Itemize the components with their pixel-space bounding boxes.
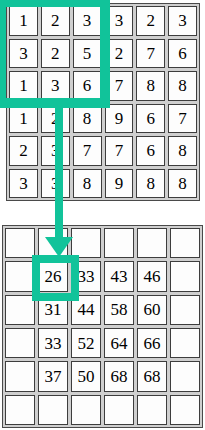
input-cell-r1c5: 2 xyxy=(136,6,165,36)
output-cell-r3c6 xyxy=(170,295,200,325)
input-cell-r6c5: 8 xyxy=(136,169,165,199)
kernel-highlight-rect xyxy=(0,0,110,108)
result-highlight-square xyxy=(32,255,79,301)
input-cell-r5c6: 8 xyxy=(168,136,197,166)
mapping-arrow-line xyxy=(55,106,63,238)
output-cell-r4c1 xyxy=(5,328,35,358)
output-cell-r6c3 xyxy=(71,395,101,425)
output-cell-r6c6 xyxy=(170,395,200,425)
output-cell-r2c6 xyxy=(170,261,200,291)
input-cell-r6c3: 8 xyxy=(73,169,102,199)
output-cell-r4c2: 33 xyxy=(38,328,68,358)
output-cell-r1c1 xyxy=(5,228,35,258)
input-cell-r4c6: 7 xyxy=(168,104,197,134)
output-cell-r4c3: 52 xyxy=(71,328,101,358)
input-cell-r3c6: 8 xyxy=(168,71,197,101)
input-cell-r6c1: 3 xyxy=(9,169,38,199)
output-cell-r1c3 xyxy=(71,228,101,258)
input-cell-r5c1: 2 xyxy=(9,136,38,166)
output-cell-r3c1 xyxy=(5,295,35,325)
output-cell-r5c6 xyxy=(170,361,200,391)
output-cell-r5c4: 68 xyxy=(104,361,134,391)
output-cell-r5c5: 68 xyxy=(137,361,167,391)
output-cell-r1c4 xyxy=(104,228,134,258)
output-cell-r5c3: 50 xyxy=(71,361,101,391)
convolution-diagram: 123323325276136788128967237768338988 263… xyxy=(0,0,205,430)
output-cell-r6c5 xyxy=(137,395,167,425)
input-cell-r4c5: 6 xyxy=(136,104,165,134)
input-cell-r5c5: 6 xyxy=(136,136,165,166)
output-cell-r6c1 xyxy=(5,395,35,425)
input-cell-r3c5: 8 xyxy=(136,71,165,101)
output-cell-r5c1 xyxy=(5,361,35,391)
input-cell-r2c5: 7 xyxy=(136,39,165,69)
output-cell-r4c5: 66 xyxy=(137,328,167,358)
output-cell-r4c4: 64 xyxy=(104,328,134,358)
output-cell-r6c2 xyxy=(38,395,68,425)
output-cell-r2c4: 43 xyxy=(104,261,134,291)
output-cell-r3c4: 58 xyxy=(104,295,134,325)
input-cell-r6c4: 9 xyxy=(105,169,134,199)
output-cell-r5c2: 37 xyxy=(38,361,68,391)
mapping-arrow-head-icon xyxy=(45,237,73,257)
input-cell-r5c3: 7 xyxy=(73,136,102,166)
output-cell-r4c6 xyxy=(170,328,200,358)
output-cell-r2c5: 46 xyxy=(137,261,167,291)
input-cell-r2c6: 6 xyxy=(168,39,197,69)
output-cell-r1c5 xyxy=(137,228,167,258)
input-cell-r5c4: 7 xyxy=(105,136,134,166)
output-cell-r6c4 xyxy=(104,395,134,425)
input-cell-r1c6: 3 xyxy=(168,6,197,36)
output-cell-r2c1 xyxy=(5,261,35,291)
output-cell-r1c6 xyxy=(170,228,200,258)
input-cell-r6c6: 8 xyxy=(168,169,197,199)
output-cell-r3c5: 60 xyxy=(137,295,167,325)
